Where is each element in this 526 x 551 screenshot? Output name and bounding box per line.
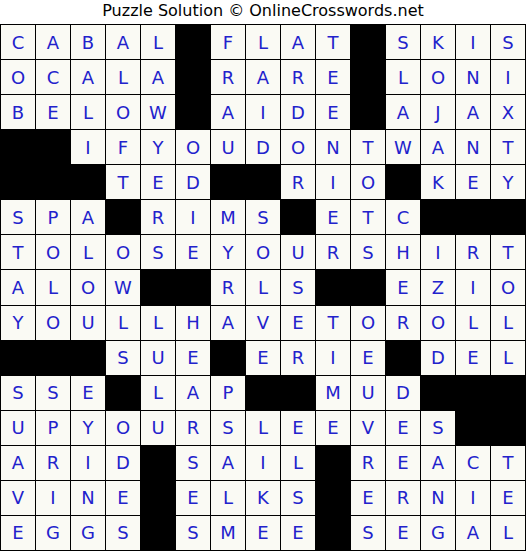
letter-cell-r5c13: K <box>421 165 455 199</box>
black-cell-r15c5 <box>141 516 175 550</box>
black-cell-r3c11 <box>351 95 385 129</box>
letter-cell-r10c10: I <box>316 341 350 375</box>
letter-cell-r1c1: C <box>1 25 35 59</box>
black-cell-r1c6 <box>176 25 210 59</box>
letter-cell-r2c10: E <box>316 60 350 94</box>
crossword-grid: CABALFLATSKISOCALARARELONIBELOWAIDEAJAXI… <box>0 24 526 551</box>
letter-cell-r6c12: C <box>386 200 420 234</box>
black-cell-r10c3 <box>71 341 105 375</box>
letter-cell-r4c15: T <box>491 130 525 164</box>
letter-cell-r7c5: S <box>141 235 175 269</box>
letter-cell-r6c7: M <box>211 200 245 234</box>
letter-cell-r15c8: E <box>246 516 280 550</box>
letter-cell-r9c12: R <box>386 306 420 340</box>
letter-cell-r7c15: T <box>491 235 525 269</box>
black-cell-r13c10 <box>316 446 350 480</box>
letter-cell-r10c4: S <box>106 341 140 375</box>
letter-cell-r4c10: N <box>316 130 350 164</box>
letter-cell-r6c6: I <box>176 200 210 234</box>
letter-cell-r4c8: D <box>246 130 280 164</box>
black-cell-r5c1 <box>1 165 35 199</box>
letter-cell-r1c10: T <box>316 25 350 59</box>
letter-cell-r3c8: I <box>246 95 280 129</box>
letter-cell-r2c9: R <box>281 60 315 94</box>
letter-cell-r4c7: U <box>211 130 245 164</box>
letter-cell-r12c4: O <box>106 411 140 445</box>
black-cell-r10c12 <box>386 341 420 375</box>
letter-cell-r4c9: O <box>281 130 315 164</box>
letter-cell-r10c9: R <box>281 341 315 375</box>
letter-cell-r5c11: O <box>351 165 385 199</box>
black-cell-r11c9 <box>281 376 315 410</box>
letter-cell-r2c12: L <box>386 60 420 94</box>
letter-cell-r5c9: R <box>281 165 315 199</box>
letter-cell-r3c12: A <box>386 95 420 129</box>
letter-cell-r15c2: G <box>36 516 70 550</box>
letter-cell-r7c14: R <box>456 235 490 269</box>
letter-cell-r8c13: Z <box>421 270 455 304</box>
letter-cell-r5c10: I <box>316 165 350 199</box>
letter-cell-r14c7: L <box>211 481 245 515</box>
letter-cell-r2c14: N <box>456 60 490 94</box>
letter-cell-r6c1: S <box>1 200 35 234</box>
letter-cell-r1c15: S <box>491 25 525 59</box>
black-cell-r13c5 <box>141 446 175 480</box>
letter-cell-r7c6: E <box>176 235 210 269</box>
letter-cell-r1c2: A <box>36 25 70 59</box>
letter-cell-r9c3: U <box>71 306 105 340</box>
letter-cell-r5c6: D <box>176 165 210 199</box>
letter-cell-r5c14: E <box>456 165 490 199</box>
letter-cell-r15c12: E <box>386 516 420 550</box>
letter-cell-r4c14: N <box>456 130 490 164</box>
letter-cell-r15c1: E <box>1 516 35 550</box>
letter-cell-r11c6: A <box>176 376 210 410</box>
letter-cell-r14c15: E <box>491 481 525 515</box>
black-cell-r2c11 <box>351 60 385 94</box>
letter-cell-r10c15: L <box>491 341 525 375</box>
letter-cell-r6c5: R <box>141 200 175 234</box>
letter-cell-r2c2: C <box>36 60 70 94</box>
letter-cell-r11c10: M <box>316 376 350 410</box>
black-cell-r8c5 <box>141 270 175 304</box>
letter-cell-r12c13: S <box>421 411 455 445</box>
letter-cell-r9c10: T <box>316 306 350 340</box>
letter-cell-r7c4: O <box>106 235 140 269</box>
letter-cell-r8c14: I <box>456 270 490 304</box>
letter-cell-r7c2: O <box>36 235 70 269</box>
letter-cell-r12c9: E <box>281 411 315 445</box>
letter-cell-r8c15: O <box>491 270 525 304</box>
black-cell-r8c10 <box>316 270 350 304</box>
letter-cell-r2c1: O <box>1 60 35 94</box>
black-cell-r8c6 <box>176 270 210 304</box>
letter-cell-r7c1: T <box>1 235 35 269</box>
letter-cell-r1c5: L <box>141 25 175 59</box>
letter-cell-r6c3: A <box>71 200 105 234</box>
letter-cell-r6c8: S <box>246 200 280 234</box>
letter-cell-r7c3: L <box>71 235 105 269</box>
letter-cell-r8c3: O <box>71 270 105 304</box>
letter-cell-r15c14: A <box>456 516 490 550</box>
letter-cell-r11c2: S <box>36 376 70 410</box>
letter-cell-r14c14: I <box>456 481 490 515</box>
black-cell-r15c10 <box>316 516 350 550</box>
letter-cell-r8c7: R <box>211 270 245 304</box>
letter-cell-r15c11: S <box>351 516 385 550</box>
letter-cell-r9c11: O <box>351 306 385 340</box>
letter-cell-r7c12: H <box>386 235 420 269</box>
letter-cell-r13c13: A <box>421 446 455 480</box>
letter-cell-r5c15: Y <box>491 165 525 199</box>
letter-cell-r4c3: I <box>71 130 105 164</box>
letter-cell-r14c1: V <box>1 481 35 515</box>
letter-cell-r14c8: K <box>246 481 280 515</box>
letter-cell-r5c5: E <box>141 165 175 199</box>
letter-cell-r2c8: A <box>246 60 280 94</box>
black-cell-r6c13 <box>421 200 455 234</box>
letter-cell-r4c13: A <box>421 130 455 164</box>
letter-cell-r9c9: E <box>281 306 315 340</box>
letter-cell-r12c3: Y <box>71 411 105 445</box>
letter-cell-r1c9: A <box>281 25 315 59</box>
letter-cell-r13c12: E <box>386 446 420 480</box>
black-cell-r6c15 <box>491 200 525 234</box>
letter-cell-r7c9: U <box>281 235 315 269</box>
letter-cell-r1c4: A <box>106 25 140 59</box>
letter-cell-r2c3: A <box>71 60 105 94</box>
letter-cell-r3c5: W <box>141 95 175 129</box>
letter-cell-r9c4: L <box>106 306 140 340</box>
letter-cell-r13c2: R <box>36 446 70 480</box>
letter-cell-r2c13: O <box>421 60 455 94</box>
letter-cell-r7c8: O <box>246 235 280 269</box>
letter-cell-r11c7: P <box>211 376 245 410</box>
letter-cell-r14c12: R <box>386 481 420 515</box>
letter-cell-r10c13: D <box>421 341 455 375</box>
black-cell-r14c5 <box>141 481 175 515</box>
letter-cell-r8c12: E <box>386 270 420 304</box>
letter-cell-r8c9: S <box>281 270 315 304</box>
black-cell-r8c11 <box>351 270 385 304</box>
black-cell-r11c14 <box>456 376 490 410</box>
letter-cell-r12c5: U <box>141 411 175 445</box>
letter-cell-r9c8: V <box>246 306 280 340</box>
letter-cell-r2c7: R <box>211 60 245 94</box>
letter-cell-r14c2: I <box>36 481 70 515</box>
letter-cell-r12c2: P <box>36 411 70 445</box>
letter-cell-r15c9: E <box>281 516 315 550</box>
letter-cell-r12c10: E <box>316 411 350 445</box>
black-cell-r1c11 <box>351 25 385 59</box>
letter-cell-r12c6: R <box>176 411 210 445</box>
black-cell-r6c9 <box>281 200 315 234</box>
letter-cell-r14c4: E <box>106 481 140 515</box>
letter-cell-r15c4: S <box>106 516 140 550</box>
black-cell-r5c12 <box>386 165 420 199</box>
letter-cell-r4c6: O <box>176 130 210 164</box>
letter-cell-r11c5: L <box>141 376 175 410</box>
letter-cell-r9c1: Y <box>1 306 35 340</box>
letter-cell-r11c12: D <box>386 376 420 410</box>
letter-cell-r2c15: I <box>491 60 525 94</box>
letter-cell-r1c12: S <box>386 25 420 59</box>
letter-cell-r13c9: L <box>281 446 315 480</box>
letter-cell-r4c4: F <box>106 130 140 164</box>
letter-cell-r9c6: H <box>176 306 210 340</box>
black-cell-r4c1 <box>1 130 35 164</box>
letter-cell-r13c11: R <box>351 446 385 480</box>
black-cell-r6c14 <box>456 200 490 234</box>
letter-cell-r3c9: D <box>281 95 315 129</box>
letter-cell-r8c8: L <box>246 270 280 304</box>
letter-cell-r14c3: N <box>71 481 105 515</box>
letter-cell-r12c8: L <box>246 411 280 445</box>
letter-cell-r4c12: W <box>386 130 420 164</box>
page-title: Puzzle Solution © OnlineCrosswords.net <box>0 0 526 24</box>
letter-cell-r8c1: A <box>1 270 35 304</box>
letter-cell-r6c10: E <box>316 200 350 234</box>
letter-cell-r6c2: P <box>36 200 70 234</box>
letter-cell-r3c2: E <box>36 95 70 129</box>
black-cell-r11c13 <box>421 376 455 410</box>
black-cell-r5c3 <box>71 165 105 199</box>
letter-cell-r3c4: O <box>106 95 140 129</box>
letter-cell-r2c4: L <box>106 60 140 94</box>
letter-cell-r9c2: O <box>36 306 70 340</box>
letter-cell-r15c6: S <box>176 516 210 550</box>
black-cell-r2c6 <box>176 60 210 94</box>
letter-cell-r3c3: L <box>71 95 105 129</box>
letter-cell-r1c3: B <box>71 25 105 59</box>
letter-cell-r5c4: T <box>106 165 140 199</box>
black-cell-r5c8 <box>246 165 280 199</box>
letter-cell-r12c7: S <box>211 411 245 445</box>
letter-cell-r3c10: E <box>316 95 350 129</box>
letter-cell-r7c10: R <box>316 235 350 269</box>
letter-cell-r12c11: V <box>351 411 385 445</box>
letter-cell-r11c3: E <box>71 376 105 410</box>
black-cell-r10c1 <box>1 341 35 375</box>
letter-cell-r2c5: A <box>141 60 175 94</box>
letter-cell-r7c13: I <box>421 235 455 269</box>
letter-cell-r13c6: S <box>176 446 210 480</box>
puzzle-solution-page: Puzzle Solution © OnlineCrosswords.net C… <box>0 0 526 551</box>
letter-cell-r14c9: S <box>281 481 315 515</box>
letter-cell-r13c4: D <box>106 446 140 480</box>
letter-cell-r13c1: A <box>1 446 35 480</box>
letter-cell-r3c15: X <box>491 95 525 129</box>
black-cell-r11c4 <box>106 376 140 410</box>
letter-cell-r15c7: M <box>211 516 245 550</box>
letter-cell-r14c6: E <box>176 481 210 515</box>
letter-cell-r11c11: U <box>351 376 385 410</box>
letter-cell-r7c7: Y <box>211 235 245 269</box>
letter-cell-r15c13: G <box>421 516 455 550</box>
letter-cell-r4c5: Y <box>141 130 175 164</box>
letter-cell-r10c14: E <box>456 341 490 375</box>
black-cell-r5c2 <box>36 165 70 199</box>
black-cell-r12c15 <box>491 411 525 445</box>
letter-cell-r14c13: N <box>421 481 455 515</box>
letter-cell-r7c11: S <box>351 235 385 269</box>
letter-cell-r3c14: A <box>456 95 490 129</box>
letter-cell-r1c14: I <box>456 25 490 59</box>
letter-cell-r10c11: E <box>351 341 385 375</box>
letter-cell-r13c3: I <box>71 446 105 480</box>
black-cell-r10c2 <box>36 341 70 375</box>
letter-cell-r12c12: E <box>386 411 420 445</box>
black-cell-r11c15 <box>491 376 525 410</box>
letter-cell-r10c6: E <box>176 341 210 375</box>
letter-cell-r1c7: F <box>211 25 245 59</box>
letter-cell-r15c3: G <box>71 516 105 550</box>
black-cell-r3c6 <box>176 95 210 129</box>
letter-cell-r1c13: K <box>421 25 455 59</box>
letter-cell-r8c4: W <box>106 270 140 304</box>
letter-cell-r13c15: T <box>491 446 525 480</box>
black-cell-r10c7 <box>211 341 245 375</box>
black-cell-r5c7 <box>211 165 245 199</box>
black-cell-r11c8 <box>246 376 280 410</box>
letter-cell-r3c13: J <box>421 95 455 129</box>
letter-cell-r15c15: L <box>491 516 525 550</box>
black-cell-r6c4 <box>106 200 140 234</box>
letter-cell-r13c14: C <box>456 446 490 480</box>
letter-cell-r4c11: T <box>351 130 385 164</box>
black-cell-r4c2 <box>36 130 70 164</box>
letter-cell-r14c11: E <box>351 481 385 515</box>
letter-cell-r9c13: O <box>421 306 455 340</box>
letter-cell-r1c8: L <box>246 25 280 59</box>
letter-cell-r10c8: E <box>246 341 280 375</box>
letter-cell-r10c5: U <box>141 341 175 375</box>
letter-cell-r6c11: T <box>351 200 385 234</box>
black-cell-r12c14 <box>456 411 490 445</box>
letter-cell-r9c5: L <box>141 306 175 340</box>
letter-cell-r8c2: L <box>36 270 70 304</box>
letter-cell-r13c7: A <box>211 446 245 480</box>
letter-cell-r9c7: A <box>211 306 245 340</box>
letter-cell-r9c15: L <box>491 306 525 340</box>
letter-cell-r13c8: I <box>246 446 280 480</box>
letter-cell-r3c1: B <box>1 95 35 129</box>
letter-cell-r3c7: A <box>211 95 245 129</box>
letter-cell-r11c1: S <box>1 376 35 410</box>
letter-cell-r9c14: L <box>456 306 490 340</box>
letter-cell-r12c1: U <box>1 411 35 445</box>
black-cell-r14c10 <box>316 481 350 515</box>
